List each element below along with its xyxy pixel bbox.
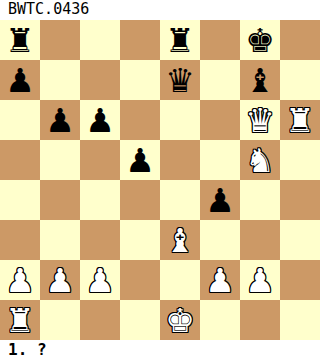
square-f4[interactable]: ♟: [200, 180, 240, 220]
square-a5[interactable]: [0, 140, 40, 180]
square-a7[interactable]: ♟: [0, 60, 40, 100]
square-d5[interactable]: ♟: [120, 140, 160, 180]
square-h2[interactable]: [280, 260, 320, 300]
square-a8[interactable]: ♜: [0, 20, 40, 60]
black-queen: ♛: [160, 60, 200, 100]
square-h8[interactable]: [280, 20, 320, 60]
square-c6[interactable]: ♟: [80, 100, 120, 140]
chess-diagram-page: BWTC.0436 ♜♜♚♟♛♝♟♟♛♜♟♞♟♝♟♟♟♟♟♜♚ 1. ?: [0, 0, 320, 360]
square-a3[interactable]: [0, 220, 40, 260]
square-c3[interactable]: [80, 220, 120, 260]
square-f2[interactable]: ♟: [200, 260, 240, 300]
square-a4[interactable]: [0, 180, 40, 220]
white-pawn: ♟: [240, 260, 280, 300]
square-h4[interactable]: [280, 180, 320, 220]
square-e1[interactable]: ♚: [160, 300, 200, 340]
square-h6[interactable]: ♜: [280, 100, 320, 140]
move-prompt: 1. ?: [8, 340, 47, 359]
square-c2[interactable]: ♟: [80, 260, 120, 300]
white-pawn: ♟: [80, 260, 120, 300]
chess-board: ♜♜♚♟♛♝♟♟♛♜♟♞♟♝♟♟♟♟♟♜♚: [0, 20, 320, 340]
white-pawn: ♟: [200, 260, 240, 300]
square-f3[interactable]: [200, 220, 240, 260]
black-rook: ♜: [160, 20, 200, 60]
black-pawn: ♟: [120, 140, 160, 180]
white-rook: ♜: [280, 100, 320, 140]
square-h7[interactable]: [280, 60, 320, 100]
black-rook: ♜: [0, 20, 40, 60]
square-a1[interactable]: ♜: [0, 300, 40, 340]
square-a2[interactable]: ♟: [0, 260, 40, 300]
square-c8[interactable]: [80, 20, 120, 60]
square-a6[interactable]: [0, 100, 40, 140]
white-bishop: ♝: [160, 220, 200, 260]
square-d3[interactable]: [120, 220, 160, 260]
square-f5[interactable]: [200, 140, 240, 180]
square-f7[interactable]: [200, 60, 240, 100]
white-king: ♚: [160, 300, 200, 340]
square-g7[interactable]: ♝: [240, 60, 280, 100]
white-queen: ♛: [240, 100, 280, 140]
square-e5[interactable]: [160, 140, 200, 180]
square-e8[interactable]: ♜: [160, 20, 200, 60]
square-e7[interactable]: ♛: [160, 60, 200, 100]
square-c5[interactable]: [80, 140, 120, 180]
square-d4[interactable]: [120, 180, 160, 220]
square-d2[interactable]: [120, 260, 160, 300]
white-pawn: ♟: [40, 260, 80, 300]
square-e4[interactable]: [160, 180, 200, 220]
square-e3[interactable]: ♝: [160, 220, 200, 260]
square-h3[interactable]: [280, 220, 320, 260]
square-e2[interactable]: [160, 260, 200, 300]
square-g4[interactable]: [240, 180, 280, 220]
square-b7[interactable]: [40, 60, 80, 100]
black-pawn: ♟: [40, 100, 80, 140]
square-d8[interactable]: [120, 20, 160, 60]
square-h5[interactable]: [280, 140, 320, 180]
square-b4[interactable]: [40, 180, 80, 220]
square-f1[interactable]: [200, 300, 240, 340]
white-knight: ♞: [240, 140, 280, 180]
square-b5[interactable]: [40, 140, 80, 180]
square-e6[interactable]: [160, 100, 200, 140]
square-g3[interactable]: [240, 220, 280, 260]
square-d7[interactable]: [120, 60, 160, 100]
square-b2[interactable]: ♟: [40, 260, 80, 300]
black-pawn: ♟: [200, 180, 240, 220]
square-c4[interactable]: [80, 180, 120, 220]
square-g5[interactable]: ♞: [240, 140, 280, 180]
square-f6[interactable]: [200, 100, 240, 140]
square-g8[interactable]: ♚: [240, 20, 280, 60]
square-g6[interactable]: ♛: [240, 100, 280, 140]
white-rook: ♜: [0, 300, 40, 340]
square-d1[interactable]: [120, 300, 160, 340]
square-f8[interactable]: [200, 20, 240, 60]
square-d6[interactable]: [120, 100, 160, 140]
square-c1[interactable]: [80, 300, 120, 340]
black-bishop: ♝: [240, 60, 280, 100]
square-b6[interactable]: ♟: [40, 100, 80, 140]
diagram-title: BWTC.0436: [8, 1, 89, 18]
square-h1[interactable]: [280, 300, 320, 340]
black-pawn: ♟: [0, 60, 40, 100]
white-pawn: ♟: [0, 260, 40, 300]
black-king: ♚: [240, 20, 280, 60]
square-b8[interactable]: [40, 20, 80, 60]
square-c7[interactable]: [80, 60, 120, 100]
square-b1[interactable]: [40, 300, 80, 340]
square-b3[interactable]: [40, 220, 80, 260]
square-g1[interactable]: [240, 300, 280, 340]
black-pawn: ♟: [80, 100, 120, 140]
square-g2[interactable]: ♟: [240, 260, 280, 300]
